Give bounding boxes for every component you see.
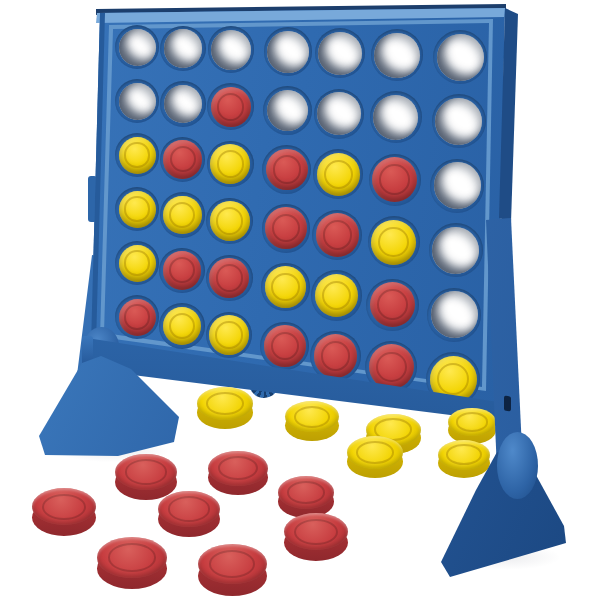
disc-top [115,454,177,490]
red-disc-in-board [211,87,251,127]
disc-ring [456,412,489,431]
cell-c7r2 [432,94,486,148]
disc-ring [124,250,149,275]
cell-c3r4 [206,198,253,245]
disc-ring [170,146,196,172]
cell-c2r4 [160,192,205,237]
disc-ring [216,207,243,234]
disc-top [347,436,403,468]
disc-ring [271,273,299,301]
red-disc-in-board [163,251,201,289]
yellow-disc-in-board [163,196,201,234]
disc-ring [323,220,352,249]
disc-ring [169,313,195,339]
empty-hole [432,227,479,274]
empty-hole [374,33,419,78]
cell-c2r5 [159,248,204,293]
disc-ring [377,289,408,320]
cell-c4r2 [263,86,312,135]
disc-top [278,476,334,508]
disc-ring [124,142,149,167]
disc-ring [437,363,469,395]
cell-c1r1 [115,25,159,69]
disc-ring [272,214,300,242]
disc-ring [209,550,256,578]
empty-hole [267,90,309,132]
cell-c3r3 [207,141,254,188]
disc-ring [378,227,409,258]
right-post-slot [504,396,511,412]
disc-top [197,387,253,419]
red-disc-in-board [316,213,359,256]
disc-ring [271,332,299,360]
cell-c5r5 [311,270,361,320]
loose-red-disc [278,476,334,517]
disc-ring [206,392,244,415]
empty-hole [435,98,482,145]
loose-red-disc [208,451,268,495]
disc-ring [108,543,156,571]
loose-yellow-disc [197,387,253,428]
cell-c3r6 [206,312,253,359]
connect-four-photo [0,0,600,600]
yellow-disc-in-board [265,266,307,308]
empty-hole [164,85,202,123]
cell-c3r1 [208,26,255,73]
red-disc-in-board [314,334,357,377]
yellow-disc-in-board [210,201,250,241]
red-disc-in-board [370,282,415,327]
yellow-disc-in-board [315,274,358,317]
disc-ring [215,321,242,348]
cell-c2r3 [160,137,205,182]
disc-ring [218,456,259,480]
disc-top [208,451,268,486]
loose-yellow-disc [448,408,496,444]
cell-c7r5 [427,288,481,342]
disc-ring [376,352,407,383]
cell-c4r5 [261,263,310,312]
empty-hole [119,83,156,120]
yellow-disc-in-board [119,191,156,228]
disc-ring [324,160,353,189]
disc-ring [124,196,149,221]
cell-c4r4 [262,204,311,253]
yellow-disc-in-board [163,307,201,345]
disc-ring [356,441,394,464]
disc-ring [294,519,338,545]
disc-top [97,537,167,578]
red-disc-in-board [163,140,201,178]
yellow-disc-in-board [371,220,416,265]
disc-ring [125,459,167,484]
cell-c6r4 [368,216,420,268]
disc-ring [42,494,86,520]
cell-c5r1 [315,28,365,78]
yellow-disc-in-board [119,245,156,282]
disc-ring [169,202,195,228]
loose-red-disc [158,491,220,537]
loose-red-disc [32,488,96,535]
cell-c7r3 [430,159,484,213]
disc-ring [379,164,410,195]
empty-hole [431,291,478,338]
disc-ring [217,150,244,177]
cell-c6r5 [366,279,418,331]
yellow-disc-in-board [317,153,360,196]
red-disc-in-board [266,149,308,191]
cell-c4r1 [264,27,313,76]
disc-ring [321,341,350,370]
cell-c5r4 [312,210,362,260]
loose-yellow-disc [438,440,490,478]
disc-ring [273,155,301,183]
red-disc-in-board [372,157,417,202]
cell-c6r2 [370,91,422,143]
loose-yellow-disc [285,401,339,441]
cell-c4r3 [262,145,311,194]
cell-c4r6 [260,322,309,371]
loose-red-disc [198,544,267,595]
red-disc-in-board [119,299,156,336]
disc-ring [322,281,351,310]
cell-c5r3 [313,149,363,199]
cell-c6r3 [369,154,421,206]
cell-c1r6 [115,295,159,339]
empty-hole [211,30,251,70]
empty-hole [434,162,481,209]
empty-hole [437,34,484,81]
loose-red-disc [97,537,167,589]
disc-ring [217,93,244,120]
cell-c1r5 [115,241,159,285]
empty-hole [318,32,361,75]
disc-ring [287,481,325,504]
loose-red-disc [284,513,348,560]
cell-c6r1 [371,29,423,81]
empty-hole [164,29,202,67]
disc-ring [216,264,243,291]
loose-yellow-disc [347,436,403,477]
cell-c1r2 [115,79,159,123]
cell-c7r4 [429,223,483,277]
disc-ring [446,444,481,465]
disc-top [158,491,220,527]
cell-c5r6 [310,331,360,381]
disc-ring [168,496,210,521]
disc-ring [294,406,331,428]
disc-top [198,544,267,584]
disc-ring [169,257,195,283]
cell-c5r2 [314,89,364,139]
cell-c7r1 [433,30,487,84]
disc-top [438,440,490,470]
yellow-disc-in-board [119,137,156,174]
empty-hole [317,92,360,135]
disc-top [448,408,496,436]
cell-c2r2 [160,81,205,126]
cell-c2r6 [159,303,204,348]
cell-c2r1 [160,26,205,71]
empty-hole [373,95,418,140]
cell-c1r3 [115,133,159,177]
yellow-disc-in-board [209,315,249,355]
red-disc-in-board [265,207,307,249]
red-disc-in-board [264,325,306,367]
red-disc-in-board [209,258,249,298]
cell-c1r4 [115,187,159,231]
cell-c3r2 [207,83,254,130]
yellow-disc-in-board [210,144,250,184]
cell-c3r5 [206,255,253,302]
red-disc-in-board [369,344,414,389]
empty-hole [119,29,156,66]
disc-ring [124,304,149,329]
right-leg-knob [497,432,538,499]
empty-hole [267,31,309,73]
